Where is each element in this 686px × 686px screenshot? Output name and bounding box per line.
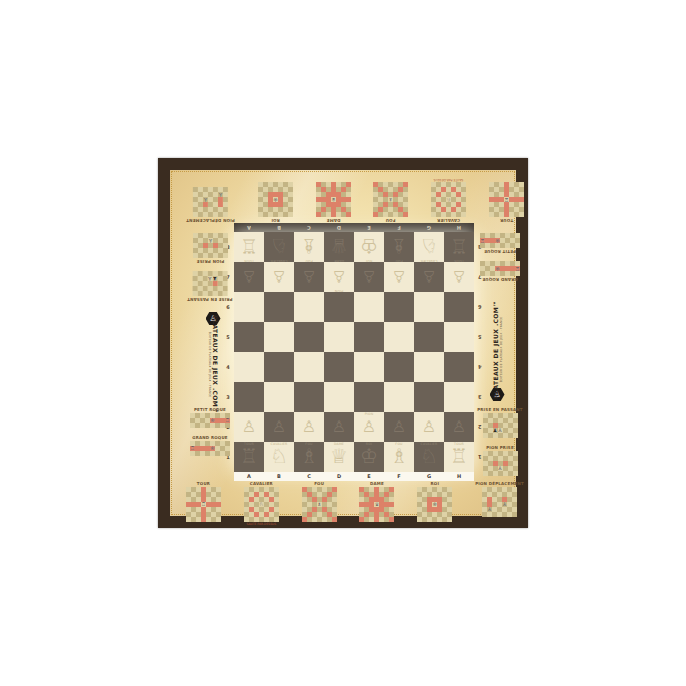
mini-square [515, 238, 520, 243]
mini-square [336, 187, 341, 192]
square-c4[interactable] [294, 352, 324, 382]
square-c2[interactable]: ♙ [294, 412, 324, 442]
square-b8[interactable]: ♘CAVALIER [264, 232, 294, 262]
mini-square [268, 207, 273, 212]
mini-square [341, 187, 346, 192]
ghost-white-k-piece: ♔ [354, 444, 384, 468]
mini-square [336, 197, 341, 202]
file-label: A [234, 223, 264, 232]
legend-diagram-knight: CAVALIER♘SAUTE PAR-DESSUS [431, 181, 466, 223]
mini-square [268, 197, 273, 202]
mini-piece-icon: ♟ [213, 276, 218, 282]
mini-square [388, 187, 393, 192]
mini-square [321, 202, 326, 207]
mini-square [213, 271, 218, 276]
piece-name-label: TOUR [444, 258, 474, 262]
legend-label: CAVALIER [437, 217, 460, 223]
mini-square [198, 286, 203, 291]
square-d8[interactable]: ♕DAME [324, 232, 354, 262]
mini-square [490, 233, 495, 238]
mini-square [218, 286, 223, 291]
mini-square [431, 197, 436, 202]
ghost-black-p-piece: ♙ [324, 267, 354, 286]
mini-square [278, 202, 283, 207]
mini-square [494, 187, 499, 192]
square-f6[interactable] [384, 292, 414, 322]
mini-square [431, 212, 436, 217]
mini-square [258, 182, 263, 187]
mini-square [489, 187, 494, 192]
mini-board: ♕ [316, 182, 351, 217]
legend-diagram-pawn-capture: PION PRISE♙ [193, 233, 228, 264]
chess-board: ABCDEFGH ♖TOUR♘CAVALIER♗FOU♕DAME♔ROI♗FOU… [234, 223, 474, 481]
square-a1[interactable]: ♖TOUR [234, 442, 264, 472]
mini-square [398, 187, 403, 192]
page: ABCDEFGH ♖TOUR♘CAVALIER♗FOU♕DAME♔ROI♗FOU… [0, 0, 686, 686]
mini-square [456, 207, 461, 212]
legend-diagram-pawn-move: PION DÉPLACEMENT♙♙ [475, 481, 524, 525]
file-label: F [384, 472, 414, 481]
square-h3[interactable] [444, 382, 474, 412]
mini-square [336, 202, 341, 207]
mini-square [193, 291, 198, 296]
mini-square [398, 202, 403, 207]
square-h6[interactable] [444, 292, 474, 322]
mini-square [461, 182, 466, 187]
mini-square [341, 192, 346, 197]
mini-square [274, 517, 279, 522]
square-h5[interactable] [444, 322, 474, 352]
ghost-black-p-piece: ♙ [384, 267, 414, 286]
square-f8[interactable]: ♗FOU [384, 232, 414, 262]
mini-square [451, 197, 456, 202]
mini-square [208, 197, 213, 202]
file-label: A [234, 472, 264, 481]
mini-square [203, 243, 208, 248]
square-g3[interactable] [414, 382, 444, 412]
legend-column-right-bottom: PRISE EN PASSANT♟♙PION PRISE♙ [478, 407, 522, 476]
mini-square [198, 233, 203, 238]
square-d7[interactable]: ♙PION [324, 262, 354, 292]
mini-square [499, 187, 504, 192]
legend-label: TOUR [500, 217, 513, 223]
mini-square [223, 271, 228, 276]
ghost-black-p-piece: ♙ [444, 267, 474, 286]
square-g6[interactable] [414, 292, 444, 322]
piece-name-label: FOU [384, 443, 414, 447]
square-a4[interactable] [234, 352, 264, 382]
mini-square [198, 207, 203, 212]
mini-square [218, 248, 223, 253]
square-a7[interactable]: ♙ [234, 262, 264, 292]
mini-square [341, 202, 346, 207]
mini-square [263, 197, 268, 202]
piece-name-label: FOU [294, 258, 324, 262]
square-d6[interactable] [324, 292, 354, 322]
mini-square: ♔ [495, 238, 500, 243]
mini-square [223, 187, 228, 192]
mini-square [198, 187, 203, 192]
ghost-black-b-piece: ♗ [294, 234, 324, 258]
mini-square [509, 212, 514, 217]
mini-square [273, 192, 278, 197]
mini-square [326, 207, 331, 212]
file-label: B [264, 472, 294, 481]
mini-square [198, 192, 203, 197]
mini-square [515, 261, 520, 266]
mini-piece-icon: ♗ [388, 197, 393, 203]
square-d3[interactable] [324, 382, 354, 412]
mini-square [500, 233, 505, 238]
mini-square: ♕ [331, 197, 336, 202]
square-e4[interactable] [354, 352, 384, 382]
square-f5[interactable] [384, 322, 414, 352]
mini-square [326, 202, 331, 207]
mini-square [193, 286, 198, 291]
square-c5[interactable] [294, 322, 324, 352]
mini-square [461, 212, 466, 217]
square-e1[interactable]: ♔ROI [354, 442, 384, 472]
square-d4[interactable] [324, 352, 354, 382]
square-d1[interactable]: ♕DAME [324, 442, 354, 472]
mini-square [446, 212, 451, 217]
square-h4[interactable] [444, 352, 474, 382]
mini-square [485, 238, 490, 243]
mini-square [278, 197, 283, 202]
square-d2[interactable]: ♙ [324, 412, 354, 442]
mini-square [393, 197, 398, 202]
mini-square [341, 182, 346, 187]
square-c3[interactable] [294, 382, 324, 412]
square-f2[interactable]: ♙ [384, 412, 414, 442]
mini-square [258, 207, 263, 212]
mini-square [378, 187, 383, 192]
square-a6[interactable] [234, 292, 264, 322]
mini-square [268, 187, 273, 192]
square-b2[interactable]: ♙ [264, 412, 294, 442]
mini-square [223, 248, 228, 253]
piece-name-label: CAVALIER [264, 258, 294, 262]
mini-piece-icon: ♖ [515, 266, 520, 272]
mini-square [489, 197, 494, 202]
ghost-white-r-piece: ♖ [234, 444, 264, 468]
mini-square [193, 197, 198, 202]
mini-square [383, 187, 388, 192]
mini-square [326, 197, 331, 202]
mini-square [321, 207, 326, 212]
mini-square [331, 192, 336, 197]
legend-row-top: PION DÉPLACEMENT♙♙ROI♔DAME♕FOU♗CAVALIER♘… [186, 181, 524, 223]
legend-label: PION DÉPLACEMENT [186, 217, 235, 223]
square-f1[interactable]: ♗FOU [384, 442, 414, 472]
mini-square [193, 187, 198, 192]
ghost-white-b-piece: ♗ [294, 444, 324, 468]
square-b3[interactable] [264, 382, 294, 412]
mini-square [218, 202, 223, 207]
square-e5[interactable] [354, 322, 384, 352]
piece-name-label: ROI [354, 258, 384, 262]
ghost-black-r-piece: ♖ [444, 234, 474, 258]
ghost-white-p-piece: ♙ [264, 417, 294, 436]
legend-diagram-queen: DAME♕ [316, 181, 351, 223]
piece-name-label: PION [354, 413, 384, 417]
mini-board: ♘ [431, 182, 466, 217]
mini-square [509, 207, 514, 212]
ghost-white-r-piece: ♖ [444, 444, 474, 468]
square-d5[interactable] [324, 322, 354, 352]
mini-square [208, 253, 213, 258]
mini-square [436, 192, 441, 197]
square-f4[interactable] [384, 352, 414, 382]
mini-square [223, 238, 228, 243]
piece-name-label: DAME [324, 258, 354, 262]
mini-square [218, 281, 223, 286]
square-h1[interactable]: ♖TOUR [444, 442, 474, 472]
mini-square [441, 192, 446, 197]
mini-square [218, 187, 223, 192]
mini-square [436, 197, 441, 202]
mini-square [263, 212, 268, 217]
mini-square [500, 271, 505, 276]
mini-square [278, 212, 283, 217]
mini-square [378, 202, 383, 207]
mini-square [436, 212, 441, 217]
mini-square [216, 517, 221, 522]
mini-square [451, 187, 456, 192]
mini-square [513, 433, 518, 438]
mini-square [490, 266, 495, 271]
mini-square [485, 271, 490, 276]
mini-square [485, 233, 490, 238]
piece-name-label: ROI [354, 443, 384, 447]
mini-square [208, 271, 213, 276]
mini-square [505, 271, 510, 276]
file-label: H [444, 223, 474, 232]
square-b1[interactable]: ♘CAVALIER [264, 442, 294, 472]
mini-board: ♔♖ [190, 413, 230, 428]
square-h8[interactable]: ♖TOUR [444, 232, 474, 262]
mini-square [383, 192, 388, 197]
mini-square [223, 276, 228, 281]
square-g7[interactable]: ♙ [414, 262, 444, 292]
mini-square [383, 207, 388, 212]
ghost-black-p-piece: ♙ [414, 267, 444, 286]
legend-label: PRISE EN PASSANT [187, 296, 233, 302]
mini-square [213, 187, 218, 192]
square-e6[interactable] [354, 292, 384, 322]
legend-diagram-rook: TOUR♖ [489, 181, 524, 223]
mini-square [193, 276, 198, 281]
mini-square [288, 192, 293, 197]
mini-square [213, 291, 218, 296]
mini-square [505, 233, 510, 238]
square-e3[interactable] [354, 382, 384, 412]
mini-square [388, 207, 393, 212]
mini-square [258, 187, 263, 192]
square-e8[interactable]: ♔ROI [354, 232, 384, 262]
mini-board: ♙♙ [193, 187, 228, 217]
mini-square [519, 182, 524, 187]
mini-board: ♔ [258, 182, 293, 217]
mini-square [373, 182, 378, 187]
mini-square: ♟ [213, 276, 218, 281]
mini-square [223, 202, 228, 207]
ghost-black-p-piece: ♙ [234, 267, 264, 286]
legend-diagram-pawn-capture: PION PRISE♙ [483, 445, 518, 476]
mini-square [514, 212, 519, 217]
mini-square [431, 207, 436, 212]
square-g8[interactable]: ♘CAVALIER [414, 232, 444, 262]
mini-square [316, 212, 321, 217]
square-c7[interactable]: ♙ [294, 262, 324, 292]
square-h2[interactable]: ♙ [444, 412, 474, 442]
file-label: C [294, 472, 324, 481]
legend-row-bottom: TOUR♖CAVALIER♘SAUTE PAR-DESSUSFOU♗DAME♕R… [186, 481, 524, 525]
file-label: H [444, 472, 474, 481]
mini-square [288, 207, 293, 212]
mini-square [198, 276, 203, 281]
legend-diagram-pawn-move: PION DÉPLACEMENT♙♙ [186, 181, 235, 223]
ghost-white-n-piece: ♘ [414, 444, 444, 468]
square-a8[interactable]: ♖TOUR [234, 232, 264, 262]
mini-square [218, 233, 223, 238]
mini-square [213, 207, 218, 212]
mini-square: ♖ [515, 266, 520, 271]
mini-square [514, 197, 519, 202]
square-a2[interactable]: ♙ [234, 412, 264, 442]
square-f3[interactable] [384, 382, 414, 412]
mini-square [208, 212, 213, 217]
legend-diagram-king: ROI♔ [417, 481, 452, 525]
mini-square [268, 182, 273, 187]
square-e2[interactable]: ♙PION [354, 412, 384, 442]
mini-piece-icon: ♙ [208, 238, 213, 244]
file-label: C [294, 223, 324, 232]
ghost-white-p-piece: ♙ [324, 417, 354, 436]
piece-name-label: TOUR [234, 443, 264, 447]
legend-diagram-castle-long: GRAND ROQUE♖♔ [190, 435, 230, 456]
mini-square [203, 276, 208, 281]
mini-square [494, 202, 499, 207]
square-f7[interactable]: ♙ [384, 262, 414, 292]
mini-square [225, 423, 230, 428]
square-c1[interactable]: ♗FOU [294, 442, 324, 472]
mini-square [403, 212, 408, 217]
mini-board: ♙ [193, 233, 228, 258]
mini-piece-icon: ♙ [203, 197, 208, 203]
mini-square [456, 197, 461, 202]
square-e7[interactable]: ♙ [354, 262, 384, 292]
mini-square [331, 212, 336, 217]
square-c8[interactable]: ♗FOU [294, 232, 324, 262]
mini-square [403, 192, 408, 197]
square-g1[interactable]: ♘CAVALIER [414, 442, 444, 472]
mini-square [341, 207, 346, 212]
square-g4[interactable] [414, 352, 444, 382]
piece-name-label: FOU [384, 258, 414, 262]
square-h7[interactable]: ♙ [444, 262, 474, 292]
mini-square [499, 197, 504, 202]
mini-square: ♗ [388, 197, 393, 202]
mini-square [336, 207, 341, 212]
mini-board: ♘ [244, 487, 279, 522]
mini-square [326, 212, 331, 217]
legend-diagram-en-passant: PRISE EN PASSANT♟♙ [477, 407, 523, 438]
mini-square [263, 207, 268, 212]
file-label: D [324, 223, 354, 232]
piece-name-label: DAME [324, 443, 354, 447]
square-c6[interactable] [294, 292, 324, 322]
square-b6[interactable] [264, 292, 294, 322]
square-b7[interactable]: ♙ [264, 262, 294, 292]
mini-square [500, 238, 505, 243]
mini-square [494, 207, 499, 212]
legend-diagram-castle-short: PETIT ROQUE♔♖ [480, 233, 520, 254]
ghost-black-b-piece: ♗ [384, 234, 414, 258]
legend-label: ROI [271, 217, 280, 223]
square-g5[interactable] [414, 322, 444, 352]
mini-square [403, 207, 408, 212]
legend-diagram-en-passant: PRISE EN PASSANT♟♙ [187, 271, 233, 302]
mini-square [480, 261, 485, 266]
legend-label: DAME [326, 217, 340, 223]
mini-square [193, 248, 198, 253]
mini-square: ♘ [446, 197, 451, 202]
square-a5[interactable] [234, 322, 264, 352]
ghost-white-b-piece: ♗ [384, 444, 414, 468]
mini-square: ♖ [480, 238, 485, 243]
mini-square [509, 192, 514, 197]
mini-square [446, 187, 451, 192]
ghost-black-n-piece: ♘ [414, 234, 444, 258]
mini-square [341, 212, 346, 217]
mini-square [378, 207, 383, 212]
mini-square [514, 207, 519, 212]
mini-square [278, 187, 283, 192]
mini-square [203, 271, 208, 276]
ghost-white-p-piece: ♙ [354, 417, 384, 436]
mini-square [321, 192, 326, 197]
square-g2[interactable]: ♙ [414, 412, 444, 442]
square-b5[interactable] [264, 322, 294, 352]
mini-square [203, 233, 208, 238]
mini-square [283, 197, 288, 202]
mini-square [512, 512, 517, 517]
mini-square [346, 197, 351, 202]
mini-square [268, 192, 273, 197]
square-a3[interactable] [234, 382, 264, 412]
mini-square: ♔ [495, 266, 500, 271]
ghost-black-p-piece: ♙ [264, 267, 294, 286]
mini-square [213, 286, 218, 291]
mini-board: ♗ [302, 487, 337, 522]
board-squares: ♖TOUR♘CAVALIER♗FOU♕DAME♔ROI♗FOU♘CAVALIER… [234, 232, 474, 472]
mini-square [509, 202, 514, 207]
mini-square [283, 187, 288, 192]
ghost-white-p-piece: ♙ [444, 417, 474, 436]
mini-square [193, 253, 198, 258]
mini-board: ♙♙ [482, 487, 517, 517]
mini-square [519, 202, 524, 207]
legend-diagram-queen: DAME♕ [359, 481, 394, 525]
mini-square [273, 212, 278, 217]
legend-column-left-top: PION PRISE♙PRISE EN PASSANT♟♙ [188, 233, 232, 302]
mini-square [436, 202, 441, 207]
file-label: D [324, 472, 354, 481]
square-b4[interactable] [264, 352, 294, 382]
mini-square [223, 212, 228, 217]
mini-square [505, 243, 510, 248]
